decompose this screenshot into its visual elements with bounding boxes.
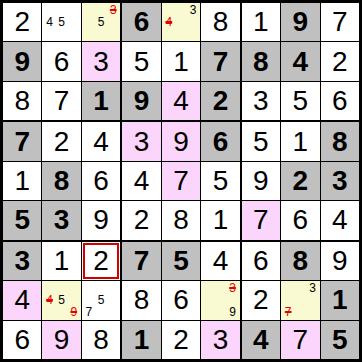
cell-r9c8[interactable]: 7	[281, 321, 319, 359]
cell-r7c3[interactable]: 2	[82, 242, 120, 280]
solved-digit: 4	[173, 87, 189, 115]
solved-digit: 5	[293, 87, 309, 115]
given-digit: 7	[213, 48, 229, 76]
solved-digit: 9	[173, 128, 189, 156]
given-digit: 4	[293, 48, 309, 76]
solved-digit: 9	[54, 326, 70, 354]
solved-digit: 6	[54, 48, 70, 76]
cell-r5c2[interactable]: 8	[42, 162, 80, 200]
solved-digit: 6	[93, 167, 109, 195]
cell-r2c2[interactable]: 6	[42, 42, 80, 80]
cell-r5c3[interactable]: 6	[82, 162, 120, 200]
cell-r4c9[interactable]: 8	[321, 122, 359, 160]
given-digit: 3	[54, 206, 70, 234]
solved-digit: 1	[54, 247, 70, 275]
cell-r4c2[interactable]: 2	[42, 122, 80, 160]
cell-r4c4[interactable]: 3	[122, 122, 160, 160]
given-digit: 1	[134, 326, 150, 354]
pencil-marks: 34	[163, 4, 199, 40]
cell-r6c6[interactable]: 1	[201, 201, 239, 239]
solved-digit: 9	[253, 167, 269, 195]
cell-r1c8[interactable]: 9	[281, 3, 319, 41]
solved-digit: 4	[93, 128, 109, 156]
cell-r2c9[interactable]: 2	[321, 42, 359, 80]
cell-r2c5[interactable]: 1	[162, 42, 200, 80]
cell-r6c2[interactable]: 3	[42, 201, 80, 239]
solved-digit: 1	[173, 48, 189, 76]
sudoku-board: 2455396387163485179421978423567241865393…	[0, 0, 362, 362]
cell-r3c1[interactable]: 8	[3, 82, 41, 120]
pencil-marks: 459	[43, 282, 79, 318]
solved-digit: 3	[213, 326, 229, 354]
cell-r1c3[interactable]: 53	[82, 3, 120, 41]
pencil-marks: 39	[202, 282, 238, 318]
box-8: 7548639123	[122, 242, 239, 359]
cell-r2c6[interactable]: 7	[201, 42, 239, 80]
box-7: 312445957698	[3, 242, 120, 359]
box-2: 6348517942	[122, 3, 239, 120]
solved-digit: 7	[332, 8, 348, 36]
solved-digit: 2	[54, 128, 70, 156]
given-digit: 7	[14, 128, 30, 156]
solved-digit: 2	[134, 206, 150, 234]
cell-r8c4[interactable]: 8	[122, 281, 160, 319]
cell-r6c3[interactable]: 9	[82, 201, 120, 239]
solved-digit: 6	[253, 247, 269, 275]
cell-r3c9[interactable]: 6	[321, 82, 359, 120]
cell-r9c2[interactable]: 9	[42, 321, 80, 359]
box-9: 6892371475	[242, 242, 359, 359]
cell-r6c8[interactable]: 6	[281, 201, 319, 239]
box-5: 396475281	[122, 122, 239, 239]
given-digit: 1	[93, 87, 109, 115]
solved-digit: 5	[134, 48, 150, 76]
cell-r6c7[interactable]: 7	[242, 201, 280, 239]
cell-r2c4[interactable]: 5	[122, 42, 160, 80]
given-digit: 3	[332, 167, 348, 195]
solved-digit: 8	[93, 326, 109, 354]
cell-r7c4[interactable]: 7	[122, 242, 160, 280]
solved-digit: 4	[332, 206, 348, 234]
given-digit: 5	[14, 206, 30, 234]
cell-r8c7[interactable]: 2	[242, 281, 280, 319]
given-digit: 8	[332, 128, 348, 156]
given-digit: 3	[14, 247, 30, 275]
given-digit: 1	[332, 286, 348, 314]
cell-r5c6[interactable]: 5	[201, 162, 239, 200]
solved-digit: 4	[134, 167, 150, 195]
cell-r5c9[interactable]: 3	[321, 162, 359, 200]
given-digit: 6	[134, 8, 150, 36]
solved-digit: 2	[14, 8, 30, 36]
cell-r4c7[interactable]: 5	[242, 122, 280, 160]
solved-digit: 6	[293, 206, 309, 234]
solved-digit: 3	[134, 128, 150, 156]
solved-digit: 8	[213, 8, 229, 36]
cell-r2c3[interactable]: 3	[82, 42, 120, 80]
box-3: 197842356	[242, 3, 359, 120]
solved-digit: 7	[293, 326, 309, 354]
solved-digit: 2	[93, 247, 109, 275]
cell-r6c9[interactable]: 4	[321, 201, 359, 239]
cell-r1c1[interactable]: 2	[3, 3, 41, 41]
cell-r7c9[interactable]: 9	[321, 242, 359, 280]
given-digit: 4	[253, 326, 269, 354]
cell-r1c6[interactable]: 8	[201, 3, 239, 41]
eliminated-candidate-4: 4	[163, 16, 175, 28]
given-digit: 9	[14, 48, 30, 76]
cell-r4c3[interactable]: 4	[82, 122, 120, 160]
cell-r3c3[interactable]: 1	[82, 82, 120, 120]
candidate-3: 3	[187, 4, 199, 16]
candidate-9: 9	[226, 306, 238, 318]
eliminated-candidate-3: 3	[107, 4, 119, 16]
cell-r7c8[interactable]: 8	[281, 242, 319, 280]
solved-digit: 7	[54, 87, 70, 115]
cell-r7c2[interactable]: 1	[42, 242, 80, 280]
cell-r3c7[interactable]: 3	[242, 82, 280, 120]
solved-digit: 1	[14, 167, 30, 195]
solved-digit: 2	[253, 286, 269, 314]
cell-r7c7[interactable]: 6	[242, 242, 280, 280]
cell-r5c8[interactable]: 2	[281, 162, 319, 200]
given-digit: 7	[134, 247, 150, 275]
candidate-5: 5	[56, 16, 68, 28]
cell-r7c1[interactable]: 3	[3, 242, 41, 280]
solved-digit: 7	[253, 206, 269, 234]
eliminated-candidate-7: 7	[282, 306, 294, 318]
cell-r5c1[interactable]: 1	[3, 162, 41, 200]
given-digit: 2	[213, 87, 229, 115]
eliminated-candidate-4: 4	[43, 294, 55, 306]
solved-digit: 3	[253, 87, 269, 115]
cell-r1c5[interactable]: 34	[162, 3, 200, 41]
given-digit: 6	[213, 128, 229, 156]
cell-r9c6[interactable]: 3	[201, 321, 239, 359]
cell-r9c5[interactable]: 2	[162, 321, 200, 359]
solved-digit: 5	[213, 167, 229, 195]
eliminated-candidate-3: 3	[226, 282, 238, 294]
cell-r9c9[interactable]: 5	[321, 321, 359, 359]
cell-r8c6[interactable]: 39	[201, 281, 239, 319]
solved-digit: 7	[173, 167, 189, 195]
cell-r3c5[interactable]: 4	[162, 82, 200, 120]
solved-digit: 1	[293, 128, 309, 156]
cell-r1c2[interactable]: 45	[42, 3, 80, 41]
pencil-marks: 53	[83, 4, 119, 40]
cell-r8c3[interactable]: 57	[82, 281, 120, 319]
cell-r8c2[interactable]: 459	[42, 281, 80, 319]
solved-digit: 6	[332, 87, 348, 115]
given-digit: 5	[332, 326, 348, 354]
cell-r9c7[interactable]: 4	[242, 321, 280, 359]
solved-digit: 1	[253, 8, 269, 36]
solved-digit: 1	[213, 206, 229, 234]
cell-r4c1[interactable]: 7	[3, 122, 41, 160]
solved-digit: 2	[332, 48, 348, 76]
solved-digit: 8	[134, 286, 150, 314]
solved-digit: 2	[173, 326, 189, 354]
solved-digit: 3	[93, 48, 109, 76]
eliminated-candidate-9: 9	[68, 306, 80, 318]
cell-r2c7[interactable]: 8	[242, 42, 280, 80]
cell-r9c4[interactable]: 1	[122, 321, 160, 359]
box-6: 518923764	[242, 122, 359, 239]
cell-r9c1[interactable]: 6	[3, 321, 41, 359]
candidate-4: 4	[43, 16, 55, 28]
cell-r3c8[interactable]: 5	[281, 82, 319, 120]
box-1: 24553963871	[3, 3, 120, 120]
solved-digit: 9	[93, 206, 109, 234]
given-digit: 9	[134, 87, 150, 115]
given-digit: 2	[293, 167, 309, 195]
cell-r7c6[interactable]: 4	[201, 242, 239, 280]
pencil-marks: 57	[83, 282, 119, 318]
given-digit: 8	[253, 48, 269, 76]
candidate-5: 5	[56, 294, 68, 306]
solved-digit: 4	[14, 286, 30, 314]
cell-r6c5[interactable]: 8	[162, 201, 200, 239]
cell-r4c6[interactable]: 6	[201, 122, 239, 160]
solved-digit: 8	[14, 87, 30, 115]
solved-digit: 6	[173, 286, 189, 314]
cell-r8c9[interactable]: 1	[321, 281, 359, 319]
cell-r8c5[interactable]: 6	[162, 281, 200, 319]
given-digit: 8	[293, 247, 309, 275]
cell-r3c2[interactable]: 7	[42, 82, 80, 120]
cell-r3c6[interactable]: 2	[201, 82, 239, 120]
solved-digit: 4	[213, 247, 229, 275]
cell-r5c7[interactable]: 9	[242, 162, 280, 200]
given-digit: 9	[293, 8, 309, 36]
solved-digit: 6	[14, 326, 30, 354]
cell-r6c1[interactable]: 5	[3, 201, 41, 239]
given-digit: 8	[54, 167, 70, 195]
solved-digit: 9	[332, 247, 348, 275]
cell-r5c5[interactable]: 7	[162, 162, 200, 200]
cell-r1c7[interactable]: 1	[242, 3, 280, 41]
cell-r1c9[interactable]: 7	[321, 3, 359, 41]
cell-r1c4[interactable]: 6	[122, 3, 160, 41]
candidate-3: 3	[306, 282, 318, 294]
given-digit: 5	[173, 247, 189, 275]
cell-r4c8[interactable]: 1	[281, 122, 319, 160]
solved-digit: 8	[173, 206, 189, 234]
cell-r8c8[interactable]: 37	[281, 281, 319, 319]
cell-r8c1[interactable]: 4	[3, 281, 41, 319]
cell-r2c1[interactable]: 9	[3, 42, 41, 80]
candidate-7: 7	[83, 306, 95, 318]
pencil-marks: 37	[282, 282, 318, 318]
cell-r6c4[interactable]: 2	[122, 201, 160, 239]
cell-r5c4[interactable]: 4	[122, 162, 160, 200]
cell-r9c3[interactable]: 8	[82, 321, 120, 359]
pencil-marks: 45	[43, 4, 79, 40]
cell-r7c5[interactable]: 5	[162, 242, 200, 280]
box-4: 724186539	[3, 122, 120, 239]
candidate-5: 5	[95, 16, 107, 28]
cell-r4c5[interactable]: 9	[162, 122, 200, 160]
candidate-5: 5	[95, 294, 107, 306]
solved-digit: 5	[253, 128, 269, 156]
cell-r3c4[interactable]: 9	[122, 82, 160, 120]
cell-r2c8[interactable]: 4	[281, 42, 319, 80]
